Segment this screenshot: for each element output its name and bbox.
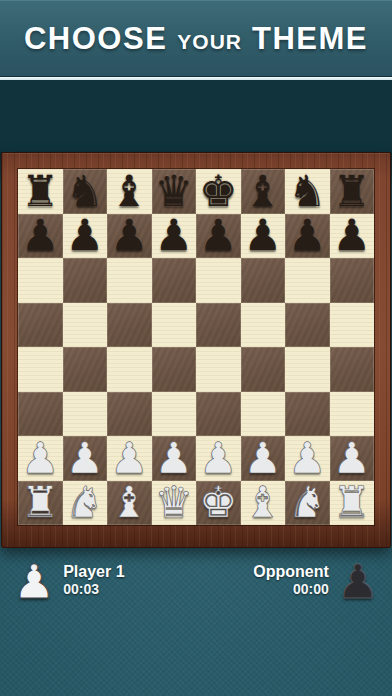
white-queen-d1[interactable]: ♛ [154, 481, 193, 524]
square-h3[interactable] [330, 392, 375, 437]
square-b2[interactable]: ♟ [63, 436, 108, 481]
white-pawn-h2[interactable]: ♟ [332, 437, 371, 480]
white-pawn-b2[interactable]: ♟ [65, 437, 104, 480]
white-pawn-f2[interactable]: ♟ [243, 437, 282, 480]
square-h6[interactable] [330, 258, 375, 303]
square-d2[interactable]: ♟ [152, 436, 197, 481]
black-knight-g8[interactable]: ♞ [288, 170, 327, 213]
black-pawn-d7[interactable]: ♟ [154, 214, 193, 257]
white-bishop-f1[interactable]: ♝ [243, 481, 282, 524]
theme-header: CHOOSE YOUR THEME [0, 0, 392, 77]
square-c7[interactable]: ♟ [107, 214, 152, 259]
square-a1[interactable]: ♜ [18, 481, 63, 526]
square-g7[interactable]: ♟ [285, 214, 330, 259]
square-f2[interactable]: ♟ [241, 436, 286, 481]
square-d4[interactable] [152, 347, 197, 392]
black-pawn-a7[interactable]: ♟ [21, 214, 60, 257]
title-word-choose: CHOOSE [24, 21, 167, 57]
title-word-theme: THEME [252, 21, 368, 57]
square-e3[interactable] [196, 392, 241, 437]
square-f7[interactable]: ♟ [241, 214, 286, 259]
square-d5[interactable] [152, 303, 197, 348]
black-king-e8[interactable]: ♚ [199, 170, 238, 213]
square-h4[interactable] [330, 347, 375, 392]
square-g6[interactable] [285, 258, 330, 303]
app-screen: { "game": "chess", "screen": "choose-the… [0, 0, 392, 696]
square-h7[interactable]: ♟ [330, 214, 375, 259]
white-king-e1[interactable]: ♚ [199, 481, 238, 524]
black-pawn-b7[interactable]: ♟ [65, 214, 104, 257]
player-right-name: Opponent [253, 563, 329, 581]
square-b7[interactable]: ♟ [63, 214, 108, 259]
square-b8[interactable]: ♞ [63, 169, 108, 214]
white-rook-h1[interactable]: ♜ [332, 481, 371, 524]
square-c4[interactable] [107, 347, 152, 392]
square-c1[interactable]: ♝ [107, 481, 152, 526]
black-pawn-icon: ♟ [337, 560, 379, 603]
square-h8[interactable]: ♜ [330, 169, 375, 214]
black-pawn-g7[interactable]: ♟ [288, 214, 327, 257]
black-knight-b8[interactable]: ♞ [65, 170, 104, 213]
square-e4[interactable] [196, 347, 241, 392]
white-pawn-c2[interactable]: ♟ [110, 437, 149, 480]
player-left: ♟ Player 1 00:03 [13, 560, 125, 603]
square-g4[interactable] [285, 347, 330, 392]
square-a8[interactable]: ♜ [18, 169, 63, 214]
square-g1[interactable]: ♞ [285, 481, 330, 526]
square-e8[interactable]: ♚ [196, 169, 241, 214]
player-left-name: Player 1 [63, 563, 124, 581]
square-f6[interactable] [241, 258, 286, 303]
black-queen-d8[interactable]: ♛ [154, 170, 193, 213]
square-f8[interactable]: ♝ [241, 169, 286, 214]
square-c8[interactable]: ♝ [107, 169, 152, 214]
square-d1[interactable]: ♛ [152, 481, 197, 526]
title-word-your: YOUR [177, 30, 242, 54]
square-g8[interactable]: ♞ [285, 169, 330, 214]
square-h2[interactable]: ♟ [330, 436, 375, 481]
black-pawn-f7[interactable]: ♟ [243, 214, 282, 257]
square-d8[interactable]: ♛ [152, 169, 197, 214]
square-f4[interactable] [241, 347, 286, 392]
square-d7[interactable]: ♟ [152, 214, 197, 259]
square-a3[interactable] [18, 392, 63, 437]
square-c2[interactable]: ♟ [107, 436, 152, 481]
white-pawn-icon: ♟ [13, 560, 55, 603]
black-bishop-f8[interactable]: ♝ [243, 170, 282, 213]
square-h5[interactable] [330, 303, 375, 348]
game-area: ♜♞♝♛♚♝♞♜♟♟♟♟♟♟♟♟♟♟♟♟♟♟♟♟♜♞♝♛♚♝♞♜ ♟ Playe… [0, 152, 392, 696]
black-bishop-c8[interactable]: ♝ [110, 170, 149, 213]
square-b1[interactable]: ♞ [63, 481, 108, 526]
square-a7[interactable]: ♟ [18, 214, 63, 259]
square-b5[interactable] [63, 303, 108, 348]
white-pawn-d2[interactable]: ♟ [154, 437, 193, 480]
square-d6[interactable] [152, 258, 197, 303]
square-b3[interactable] [63, 392, 108, 437]
white-pawn-e2[interactable]: ♟ [199, 437, 238, 480]
square-e7[interactable]: ♟ [196, 214, 241, 259]
square-c5[interactable] [107, 303, 152, 348]
square-e5[interactable] [196, 303, 241, 348]
white-bishop-c1[interactable]: ♝ [110, 481, 149, 524]
square-g2[interactable]: ♟ [285, 436, 330, 481]
black-pawn-e7[interactable]: ♟ [199, 214, 238, 257]
square-c6[interactable] [107, 258, 152, 303]
chess-board[interactable]: ♜♞♝♛♚♝♞♜♟♟♟♟♟♟♟♟♟♟♟♟♟♟♟♟♜♞♝♛♚♝♞♜ [18, 169, 374, 525]
square-a4[interactable] [18, 347, 63, 392]
white-knight-b1[interactable]: ♞ [65, 481, 104, 524]
black-pawn-c7[interactable]: ♟ [110, 214, 149, 257]
square-g5[interactable] [285, 303, 330, 348]
square-f5[interactable] [241, 303, 286, 348]
black-pawn-h7[interactable]: ♟ [332, 214, 371, 257]
square-g3[interactable] [285, 392, 330, 437]
white-pawn-g2[interactable]: ♟ [288, 437, 327, 480]
black-rook-h8[interactable]: ♜ [332, 170, 371, 213]
black-rook-a8[interactable]: ♜ [21, 170, 60, 213]
square-d3[interactable] [152, 392, 197, 437]
square-b6[interactable] [63, 258, 108, 303]
square-a5[interactable] [18, 303, 63, 348]
square-e6[interactable] [196, 258, 241, 303]
white-rook-a1[interactable]: ♜ [21, 481, 60, 524]
square-e1[interactable]: ♚ [196, 481, 241, 526]
white-knight-g1[interactable]: ♞ [288, 481, 327, 524]
square-c3[interactable] [107, 392, 152, 437]
player-bar: ♟ Player 1 00:03 Opponent 00:00 ♟ [0, 548, 392, 603]
square-a2[interactable]: ♟ [18, 436, 63, 481]
square-b4[interactable] [63, 347, 108, 392]
page-title: CHOOSE YOUR THEME [24, 21, 368, 57]
player-right-clock: 00:00 [253, 581, 329, 599]
player-left-clock: 00:03 [63, 581, 124, 599]
square-e2[interactable]: ♟ [196, 436, 241, 481]
header-separator [0, 77, 392, 80]
square-h1[interactable]: ♜ [330, 481, 375, 526]
board-wood-frame[interactable]: ♜♞♝♛♚♝♞♜♟♟♟♟♟♟♟♟♟♟♟♟♟♟♟♟♜♞♝♛♚♝♞♜ [1, 152, 391, 548]
square-a6[interactable] [18, 258, 63, 303]
player-right: Opponent 00:00 ♟ [253, 560, 379, 603]
square-f3[interactable] [241, 392, 286, 437]
square-f1[interactable]: ♝ [241, 481, 286, 526]
white-pawn-a2[interactable]: ♟ [21, 437, 60, 480]
